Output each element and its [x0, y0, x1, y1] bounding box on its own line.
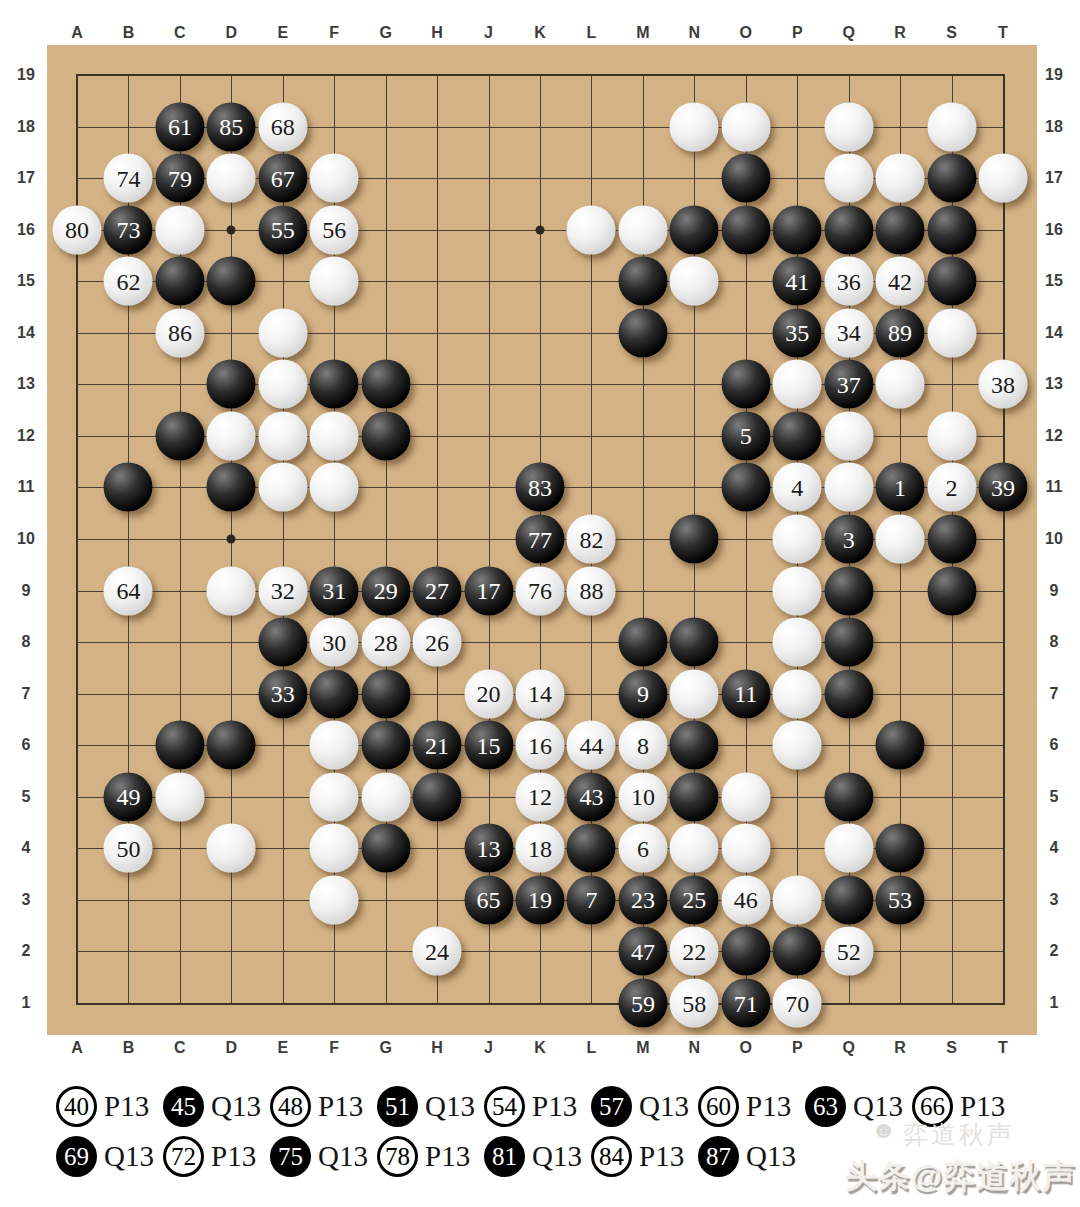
move-number: 37	[837, 372, 861, 396]
stone-E14	[258, 308, 307, 357]
coord-row-17-right: 17	[1045, 169, 1063, 187]
caption-move-57: 57Q13	[591, 1086, 691, 1127]
stone-O5	[721, 772, 770, 821]
stone-N5	[670, 772, 719, 821]
stone-F4	[310, 824, 359, 873]
coord-row-3-left: 3	[22, 891, 31, 909]
stone-O11	[721, 463, 770, 512]
move-number: 36	[837, 269, 861, 293]
stone-E16: 55	[258, 205, 307, 254]
star-point-K16	[536, 225, 545, 234]
coord-row-11-left: 11	[18, 478, 35, 496]
coord-row-10-left: 10	[17, 530, 35, 548]
coord-row-4-left: 4	[22, 839, 31, 857]
coord-row-8-right: 8	[1050, 633, 1059, 651]
stone-M4: 6	[618, 824, 667, 873]
move-number: 11	[734, 682, 757, 706]
caption-stone: 40	[56, 1086, 97, 1127]
stone-G12	[361, 411, 410, 460]
stone-Q12	[824, 411, 873, 460]
move-number: 30	[322, 630, 346, 654]
caption-point: P13	[746, 1090, 798, 1123]
caption-move-81: 81Q13	[484, 1136, 584, 1177]
coord-col-K-top: K	[534, 24, 546, 42]
stone-D9	[207, 566, 256, 615]
stone-F7	[310, 669, 359, 718]
stone-H6: 21	[413, 721, 462, 770]
move-number: 53	[888, 888, 912, 912]
stone-P11: 4	[773, 463, 822, 512]
move-number: 9	[637, 682, 649, 706]
stone-S15	[927, 257, 976, 306]
move-number: 18	[528, 836, 552, 860]
stone-L3: 7	[567, 875, 616, 924]
caption-point: P13	[211, 1140, 263, 1173]
stone-R17	[876, 154, 925, 203]
move-number: 26	[425, 630, 449, 654]
stone-Q9	[824, 566, 873, 615]
move-number: 49	[116, 785, 140, 809]
stone-A16: 80	[53, 205, 102, 254]
move-number: 58	[682, 991, 706, 1015]
stone-D17	[207, 154, 256, 203]
caption-stone: 63	[805, 1086, 846, 1127]
caption-stone: 84	[591, 1136, 632, 1177]
caption-stone: 54	[484, 1086, 525, 1127]
coord-col-H-top: H	[431, 24, 443, 42]
caption-point: P13	[318, 1090, 370, 1123]
coord-col-F-top: F	[329, 24, 339, 42]
stone-L4	[567, 824, 616, 873]
caption-point: P13	[532, 1090, 584, 1123]
stone-B15: 62	[104, 257, 153, 306]
move-number: 50	[116, 836, 140, 860]
stone-N1: 58	[670, 979, 719, 1028]
move-number: 17	[477, 579, 501, 603]
stone-R6	[876, 721, 925, 770]
coord-col-S-top: S	[946, 24, 957, 42]
move-number: 65	[477, 888, 501, 912]
move-number: 24	[425, 939, 449, 963]
move-number: 42	[888, 269, 912, 293]
caption-point: Q13	[211, 1090, 263, 1123]
stone-T13: 38	[979, 360, 1028, 409]
stone-R13	[876, 360, 925, 409]
coord-row-2-right: 2	[1050, 942, 1059, 960]
move-number: 4	[791, 475, 803, 499]
stone-E18: 68	[258, 102, 307, 151]
caption-move-87: 87Q13	[698, 1136, 798, 1177]
stone-T11: 39	[979, 463, 1028, 512]
stone-N10	[670, 515, 719, 564]
stone-J9: 17	[464, 566, 513, 615]
stone-O13	[721, 360, 770, 409]
move-number: 8	[637, 733, 649, 757]
coord-col-E-bottom: E	[277, 1039, 288, 1057]
caption-move-51: 51Q13	[377, 1086, 477, 1127]
caption-stone: 87	[698, 1136, 739, 1177]
stone-P14: 35	[773, 308, 822, 357]
caption-stone: 51	[377, 1086, 418, 1127]
coord-col-R-top: R	[894, 24, 906, 42]
caption-point: Q13	[746, 1140, 798, 1173]
stone-L10: 82	[567, 515, 616, 564]
coord-row-19-left: 19	[17, 66, 35, 84]
stone-B4: 50	[104, 824, 153, 873]
coord-row-18-right: 18	[1045, 118, 1063, 136]
stone-O17	[721, 154, 770, 203]
move-number: 80	[65, 218, 89, 242]
stone-R16	[876, 205, 925, 254]
stone-D4	[207, 824, 256, 873]
stone-E13	[258, 360, 307, 409]
caption-point: Q13	[318, 1140, 370, 1173]
star-point-D10	[227, 535, 236, 544]
move-number: 82	[579, 527, 603, 551]
stone-Q5	[824, 772, 873, 821]
caption-move-78: 78P13	[377, 1136, 477, 1177]
coord-row-14-left: 14	[17, 324, 35, 342]
stone-C18: 61	[155, 102, 204, 151]
stone-E11	[258, 463, 307, 512]
coord-row-17-left: 17	[17, 169, 35, 187]
coord-col-G-top: G	[379, 24, 391, 42]
stone-L5: 43	[567, 772, 616, 821]
move-number: 89	[888, 321, 912, 345]
caption-move-84: 84P13	[591, 1136, 691, 1177]
move-number: 20	[477, 682, 501, 706]
move-number: 73	[116, 218, 140, 242]
move-number: 35	[785, 321, 809, 345]
stone-R15: 42	[876, 257, 925, 306]
coord-row-7-right: 7	[1050, 685, 1059, 703]
stone-O4	[721, 824, 770, 873]
move-number: 1	[894, 475, 906, 499]
watermark-ghost-text: 弈道秋声	[903, 1118, 1015, 1151]
stone-F3	[310, 875, 359, 924]
move-number: 23	[631, 888, 655, 912]
coord-row-1-right: 1	[1050, 994, 1059, 1012]
caption-move-48: 48P13	[270, 1086, 370, 1127]
move-number: 52	[837, 939, 861, 963]
stone-N8	[670, 618, 719, 667]
stone-D18: 85	[207, 102, 256, 151]
move-number: 59	[631, 991, 655, 1015]
stone-Q8	[824, 618, 873, 667]
coord-col-N-top: N	[689, 24, 701, 42]
stone-P7	[773, 669, 822, 718]
stone-M15	[618, 257, 667, 306]
stone-O2	[721, 927, 770, 976]
caption-stone: 45	[163, 1086, 204, 1127]
coord-col-O-bottom: O	[740, 1039, 752, 1057]
coord-col-B-top: B	[123, 24, 135, 42]
stone-C17: 79	[155, 154, 204, 203]
stone-H8: 26	[413, 618, 462, 667]
caption-stone: 72	[163, 1136, 204, 1177]
caption-stone: 81	[484, 1136, 525, 1177]
caption-point: Q13	[425, 1090, 477, 1123]
go-game-diagram: AABBCCDDEEFFGGHHJJKKLLMMNNOOPPQQRRSSTT19…	[0, 0, 1080, 1207]
stone-E12	[258, 411, 307, 460]
stone-C14: 86	[155, 308, 204, 357]
caption-move-54: 54P13	[484, 1086, 584, 1127]
stone-R14: 89	[876, 308, 925, 357]
stone-P6	[773, 721, 822, 770]
coord-col-T-bottom: T	[998, 1039, 1008, 1057]
move-number: 28	[374, 630, 398, 654]
stone-Q10: 3	[824, 515, 873, 564]
move-number: 62	[116, 269, 140, 293]
coord-col-J-top: J	[484, 24, 493, 42]
move-number: 83	[528, 475, 552, 499]
coord-col-D-top: D	[226, 24, 238, 42]
stone-F5	[310, 772, 359, 821]
stone-B16: 73	[104, 205, 153, 254]
caption-stone: 69	[56, 1136, 97, 1177]
stone-K7: 14	[516, 669, 565, 718]
stone-O12: 5	[721, 411, 770, 460]
stone-J3: 65	[464, 875, 513, 924]
stone-N16	[670, 205, 719, 254]
stone-R4	[876, 824, 925, 873]
stone-P13	[773, 360, 822, 409]
stone-G13	[361, 360, 410, 409]
coord-col-G-bottom: G	[379, 1039, 391, 1057]
smiley-icon: ☻	[871, 1116, 896, 1144]
stone-H2: 24	[413, 927, 462, 976]
stone-K6: 16	[516, 721, 565, 770]
coord-col-P-bottom: P	[792, 1039, 803, 1057]
stone-N3: 25	[670, 875, 719, 924]
stone-M3: 23	[618, 875, 667, 924]
caption-point: Q13	[104, 1140, 156, 1173]
coord-row-14-right: 14	[1045, 324, 1063, 342]
stone-D15	[207, 257, 256, 306]
move-number: 2	[946, 475, 958, 499]
stone-G7	[361, 669, 410, 718]
move-number: 88	[579, 579, 603, 603]
stone-O18	[721, 102, 770, 151]
stone-Q4	[824, 824, 873, 873]
coord-row-6-left: 6	[22, 736, 31, 754]
coord-row-12-right: 12	[1045, 427, 1063, 445]
move-number: 61	[168, 115, 192, 139]
stone-F12	[310, 411, 359, 460]
coord-col-Q-bottom: Q	[842, 1039, 854, 1057]
stone-D11	[207, 463, 256, 512]
move-number: 77	[528, 527, 552, 551]
stone-J6: 15	[464, 721, 513, 770]
stone-G6	[361, 721, 410, 770]
stone-C16	[155, 205, 204, 254]
move-number: 3	[843, 527, 855, 551]
stone-O16	[721, 205, 770, 254]
stone-F9: 31	[310, 566, 359, 615]
move-number: 38	[991, 372, 1015, 396]
stone-P2	[773, 927, 822, 976]
move-number: 71	[734, 991, 758, 1015]
stone-S14	[927, 308, 976, 357]
coord-row-15-left: 15	[17, 272, 35, 290]
caption-move-60: 60P13	[698, 1086, 798, 1127]
stone-G8: 28	[361, 618, 410, 667]
move-number: 56	[322, 218, 346, 242]
caption-stone: 48	[270, 1086, 311, 1127]
stone-E8	[258, 618, 307, 667]
coord-col-F-bottom: F	[329, 1039, 339, 1057]
stone-D12	[207, 411, 256, 460]
stone-B11	[104, 463, 153, 512]
caption-move-75: 75Q13	[270, 1136, 370, 1177]
coord-row-5-left: 5	[22, 788, 31, 806]
move-number: 27	[425, 579, 449, 603]
caption-move-69: 69Q13	[56, 1136, 156, 1177]
stone-D13	[207, 360, 256, 409]
stone-P3	[773, 875, 822, 924]
caption-move-72: 72P13	[163, 1136, 263, 1177]
stone-R3: 53	[876, 875, 925, 924]
caption-stone: 78	[377, 1136, 418, 1177]
stone-C5	[155, 772, 204, 821]
coord-col-L-bottom: L	[587, 1039, 597, 1057]
move-number: 22	[682, 939, 706, 963]
move-number: 79	[168, 166, 192, 190]
coord-row-11-right: 11	[1046, 478, 1063, 496]
move-number: 29	[374, 579, 398, 603]
stone-D6	[207, 721, 256, 770]
move-number: 67	[271, 166, 295, 190]
stone-P10	[773, 515, 822, 564]
coord-row-15-right: 15	[1045, 272, 1063, 290]
stone-M8	[618, 618, 667, 667]
stone-S18	[927, 102, 976, 151]
watermark-main-text: 头条@弈道秋声	[845, 1155, 1075, 1199]
coord-row-19-right: 19	[1045, 66, 1063, 84]
stone-N15	[670, 257, 719, 306]
stone-P1: 70	[773, 979, 822, 1028]
stone-P16	[773, 205, 822, 254]
move-number: 7	[585, 888, 597, 912]
move-number: 39	[991, 475, 1015, 499]
stone-F8: 30	[310, 618, 359, 667]
stone-P12	[773, 411, 822, 460]
move-number: 47	[631, 939, 655, 963]
move-number: 86	[168, 321, 192, 345]
stone-N18	[670, 102, 719, 151]
coord-col-S-bottom: S	[946, 1039, 957, 1057]
move-number: 33	[271, 682, 295, 706]
coord-row-6-right: 6	[1050, 736, 1059, 754]
coord-row-12-left: 12	[17, 427, 35, 445]
move-number: 5	[740, 424, 752, 448]
coord-row-13-right: 13	[1045, 375, 1063, 393]
coord-col-P-top: P	[792, 24, 803, 42]
stone-M5: 10	[618, 772, 667, 821]
stone-K9: 76	[516, 566, 565, 615]
coord-row-3-right: 3	[1050, 891, 1059, 909]
stone-O7: 11	[721, 669, 770, 718]
caption-point: Q13	[532, 1140, 584, 1173]
coord-row-18-left: 18	[17, 118, 35, 136]
stone-F6	[310, 721, 359, 770]
move-number: 74	[116, 166, 140, 190]
move-number: 10	[631, 785, 655, 809]
stone-B9: 64	[104, 566, 153, 615]
coord-col-N-bottom: N	[689, 1039, 701, 1057]
move-number: 14	[528, 682, 552, 706]
stone-E9: 32	[258, 566, 307, 615]
stone-M7: 9	[618, 669, 667, 718]
stone-P9	[773, 566, 822, 615]
stone-Q15: 36	[824, 257, 873, 306]
stone-G9: 29	[361, 566, 410, 615]
caption-point: P13	[104, 1090, 156, 1123]
stone-R11: 1	[876, 463, 925, 512]
stone-H5	[413, 772, 462, 821]
stone-B17: 74	[104, 154, 153, 203]
move-number: 13	[477, 836, 501, 860]
coord-row-4-right: 4	[1050, 839, 1059, 857]
stone-N6	[670, 721, 719, 770]
coord-col-Q-top: Q	[842, 24, 854, 42]
stone-O1: 71	[721, 979, 770, 1028]
stone-C15	[155, 257, 204, 306]
caption-move-40: 40P13	[56, 1086, 156, 1127]
move-number: 31	[322, 579, 346, 603]
stone-Q14: 34	[824, 308, 873, 357]
coord-row-16-right: 16	[1045, 221, 1063, 239]
coord-row-16-left: 16	[17, 221, 35, 239]
coord-row-5-right: 5	[1050, 788, 1059, 806]
stone-K4: 18	[516, 824, 565, 873]
stone-F11	[310, 463, 359, 512]
coord-col-A-bottom: A	[71, 1039, 83, 1057]
stone-L16	[567, 205, 616, 254]
stone-Q7	[824, 669, 873, 718]
stone-M16	[618, 205, 667, 254]
coord-col-A-top: A	[71, 24, 83, 42]
move-number: 15	[477, 733, 501, 757]
move-number: 85	[219, 115, 243, 139]
stone-C6	[155, 721, 204, 770]
move-number: 64	[116, 579, 140, 603]
stone-S9	[927, 566, 976, 615]
caption-stone: 75	[270, 1136, 311, 1177]
move-number: 25	[682, 888, 706, 912]
move-number: 41	[785, 269, 809, 293]
coord-col-D-bottom: D	[226, 1039, 238, 1057]
stone-P8	[773, 618, 822, 667]
stone-B5: 49	[104, 772, 153, 821]
stone-L6: 44	[567, 721, 616, 770]
coord-col-R-bottom: R	[894, 1039, 906, 1057]
coord-col-C-top: C	[174, 24, 186, 42]
move-number: 12	[528, 785, 552, 809]
stone-E7: 33	[258, 669, 307, 718]
watermark: ☻ 弈道秋声 头条@弈道秋声	[845, 1112, 1080, 1207]
coord-col-C-bottom: C	[174, 1039, 186, 1057]
move-number: 70	[785, 991, 809, 1015]
coord-row-7-left: 7	[22, 685, 31, 703]
caption-move-45: 45Q13	[163, 1086, 263, 1127]
coord-col-J-bottom: J	[484, 1039, 493, 1057]
coord-col-O-top: O	[740, 24, 752, 42]
stone-F13	[310, 360, 359, 409]
star-point-D16	[227, 225, 236, 234]
stone-M2: 47	[618, 927, 667, 976]
stone-G5	[361, 772, 410, 821]
